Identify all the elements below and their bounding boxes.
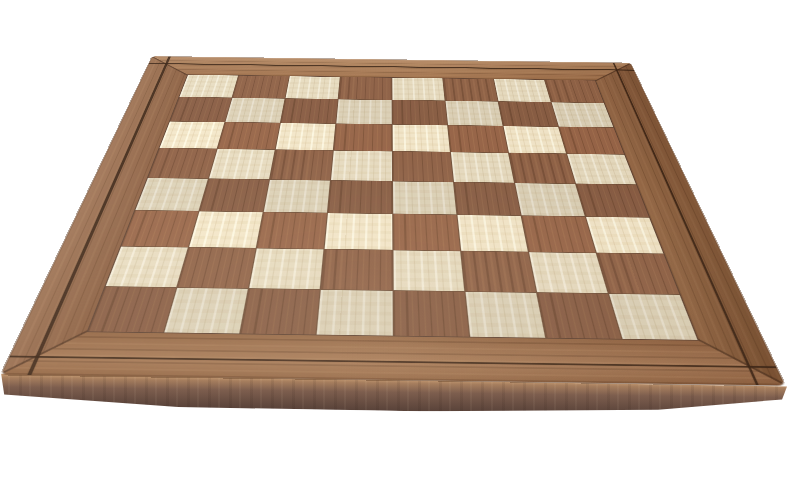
square-d4[interactable]: [328, 180, 391, 213]
square-c6[interactable]: [276, 123, 336, 150]
square-e6[interactable]: [392, 125, 449, 152]
square-f6[interactable]: [448, 126, 508, 153]
square-h4[interactable]: [576, 184, 649, 217]
square-a5[interactable]: [148, 148, 217, 178]
square-c8[interactable]: [286, 76, 340, 99]
square-a4[interactable]: [135, 178, 208, 211]
square-f7[interactable]: [445, 101, 502, 126]
square-f2[interactable]: [461, 251, 536, 292]
square-a2[interactable]: [106, 246, 188, 287]
square-d7[interactable]: [337, 99, 392, 124]
square-h8[interactable]: [545, 80, 604, 103]
square-h6[interactable]: [559, 127, 624, 154]
square-g5[interactable]: [509, 153, 575, 183]
square-a7[interactable]: [170, 97, 232, 122]
square-b1[interactable]: [164, 288, 248, 334]
square-e1[interactable]: [393, 291, 468, 337]
square-h7[interactable]: [552, 102, 614, 127]
square-a8[interactable]: [179, 75, 238, 98]
square-e7[interactable]: [392, 100, 447, 125]
square-d3[interactable]: [325, 213, 392, 250]
square-e8[interactable]: [392, 78, 444, 101]
square-g3[interactable]: [521, 216, 595, 253]
square-g8[interactable]: [494, 79, 551, 102]
square-b2[interactable]: [178, 247, 256, 288]
square-a3[interactable]: [121, 210, 198, 246]
square-g7[interactable]: [498, 102, 558, 127]
square-b5[interactable]: [209, 149, 275, 179]
square-d5[interactable]: [331, 151, 391, 181]
square-g4[interactable]: [515, 183, 585, 216]
square-h2[interactable]: [597, 253, 680, 294]
square-c5[interactable]: [270, 150, 333, 180]
square-e3[interactable]: [393, 214, 460, 251]
square-b4[interactable]: [200, 179, 269, 212]
square-c4[interactable]: [264, 180, 330, 213]
square-d1[interactable]: [317, 290, 392, 336]
square-h3[interactable]: [586, 217, 664, 254]
square-b8[interactable]: [233, 76, 290, 99]
square-c7[interactable]: [281, 99, 338, 124]
square-f8[interactable]: [443, 78, 498, 101]
square-b3[interactable]: [189, 211, 263, 247]
square-f3[interactable]: [457, 215, 527, 252]
square-g2[interactable]: [529, 252, 608, 293]
square-b7[interactable]: [226, 98, 285, 123]
square-c2[interactable]: [249, 248, 323, 289]
square-f1[interactable]: [465, 292, 545, 338]
square-f4[interactable]: [454, 182, 521, 215]
square-e2[interactable]: [393, 250, 464, 291]
scene-rotation-wrapper: [0, 0, 800, 481]
square-c3[interactable]: [257, 212, 327, 249]
square-e4[interactable]: [393, 181, 456, 214]
product-photo: [0, 0, 800, 481]
square-a1[interactable]: [88, 287, 176, 333]
chess-board: [1, 56, 785, 385]
square-b6[interactable]: [218, 122, 280, 149]
square-g1[interactable]: [537, 293, 621, 339]
square-c1[interactable]: [241, 289, 320, 335]
square-a6[interactable]: [160, 122, 225, 149]
square-g6[interactable]: [503, 126, 566, 153]
square-d6[interactable]: [334, 124, 391, 151]
square-e5[interactable]: [392, 152, 452, 182]
square-d2[interactable]: [321, 249, 392, 290]
scene-skew-wrapper: [0, 0, 799, 481]
square-h5[interactable]: [567, 154, 636, 184]
square-d8[interactable]: [339, 77, 391, 100]
playing-area: [87, 74, 700, 340]
square-f5[interactable]: [451, 152, 514, 182]
